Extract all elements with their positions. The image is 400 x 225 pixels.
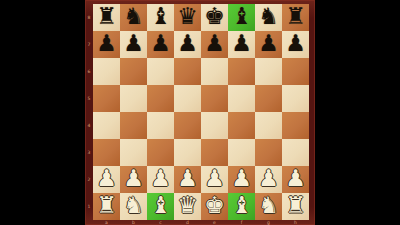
square-a2[interactable]: ♟ — [93, 166, 120, 193]
square-c2[interactable]: ♟ — [147, 166, 174, 193]
piece-white-rook: ♜ — [96, 193, 117, 219]
square-e7[interactable]: ♟ — [201, 31, 228, 58]
rank-label-2: 2 — [86, 169, 92, 189]
square-d3[interactable] — [174, 139, 201, 166]
square-a3[interactable] — [93, 139, 120, 166]
square-h8[interactable]: ♜ — [282, 4, 309, 31]
square-c8[interactable]: ♝ — [147, 4, 174, 31]
square-f2[interactable]: ♟ — [228, 166, 255, 193]
piece-white-knight: ♞ — [123, 193, 144, 219]
piece-white-queen: ♛ — [177, 193, 198, 219]
piece-white-pawn: ♟ — [204, 166, 225, 192]
square-b5[interactable] — [120, 85, 147, 112]
square-d6[interactable] — [174, 58, 201, 85]
piece-white-pawn: ♟ — [177, 166, 198, 192]
rank-label-8: 8 — [86, 7, 92, 27]
square-b8[interactable]: ♞ — [120, 4, 147, 31]
square-b2[interactable]: ♟ — [120, 166, 147, 193]
square-h3[interactable] — [282, 139, 309, 166]
square-b4[interactable] — [120, 112, 147, 139]
file-labels: abcdefgh — [93, 220, 309, 225]
square-h4[interactable] — [282, 112, 309, 139]
square-a7[interactable]: ♟ — [93, 31, 120, 58]
piece-black-knight: ♞ — [258, 4, 279, 30]
piece-white-pawn: ♟ — [285, 166, 306, 192]
square-f3[interactable] — [228, 139, 255, 166]
square-c6[interactable] — [147, 58, 174, 85]
piece-white-pawn: ♟ — [96, 166, 117, 192]
piece-black-pawn: ♟ — [258, 31, 279, 57]
square-e6[interactable] — [201, 58, 228, 85]
square-e3[interactable] — [201, 139, 228, 166]
square-c3[interactable] — [147, 139, 174, 166]
square-f7[interactable]: ♟ — [228, 31, 255, 58]
square-f6[interactable] — [228, 58, 255, 85]
square-d1[interactable]: ♛ — [174, 193, 201, 220]
square-d4[interactable] — [174, 112, 201, 139]
square-f8[interactable]: ♝ — [228, 4, 255, 31]
piece-black-rook: ♜ — [285, 4, 306, 30]
file-label-f: f — [231, 221, 251, 225]
square-c7[interactable]: ♟ — [147, 31, 174, 58]
piece-black-pawn: ♟ — [204, 31, 225, 57]
square-f4[interactable] — [228, 112, 255, 139]
square-a8[interactable]: ♜ — [93, 4, 120, 31]
square-g4[interactable] — [255, 112, 282, 139]
rank-label-4: 4 — [86, 115, 92, 135]
square-f1[interactable]: ♝ — [228, 193, 255, 220]
chess-board-frame: 87654321 ♜♞♝♛♚♝♞♜♟♟♟♟♟♟♟♟♟♟♟♟♟♟♟♟♜♞♝♛♚♝♞… — [85, 0, 315, 225]
file-label-g: g — [258, 221, 278, 225]
square-h1[interactable]: ♜ — [282, 193, 309, 220]
square-g7[interactable]: ♟ — [255, 31, 282, 58]
square-c4[interactable] — [147, 112, 174, 139]
piece-white-rook: ♜ — [285, 193, 306, 219]
piece-white-king: ♚ — [204, 193, 225, 219]
square-a1[interactable]: ♜ — [93, 193, 120, 220]
file-label-e: e — [204, 221, 224, 225]
square-a4[interactable] — [93, 112, 120, 139]
piece-black-pawn: ♟ — [231, 31, 252, 57]
piece-black-bishop: ♝ — [231, 4, 252, 30]
square-c5[interactable] — [147, 85, 174, 112]
square-d8[interactable]: ♛ — [174, 4, 201, 31]
piece-white-knight: ♞ — [258, 193, 279, 219]
square-b1[interactable]: ♞ — [120, 193, 147, 220]
piece-black-pawn: ♟ — [123, 31, 144, 57]
square-h2[interactable]: ♟ — [282, 166, 309, 193]
square-e8[interactable]: ♚ — [201, 4, 228, 31]
piece-black-queen: ♛ — [177, 4, 198, 30]
piece-white-bishop: ♝ — [231, 193, 252, 219]
rank-labels: 87654321 — [85, 4, 93, 220]
piece-black-pawn: ♟ — [96, 31, 117, 57]
square-a6[interactable] — [93, 58, 120, 85]
piece-black-knight: ♞ — [123, 4, 144, 30]
square-h5[interactable] — [282, 85, 309, 112]
square-f5[interactable] — [228, 85, 255, 112]
file-label-h: h — [285, 221, 305, 225]
chess-board[interactable]: ♜♞♝♛♚♝♞♜♟♟♟♟♟♟♟♟♟♟♟♟♟♟♟♟♜♞♝♛♚♝♞♜ — [93, 4, 309, 220]
rank-label-5: 5 — [86, 88, 92, 108]
rank-label-3: 3 — [86, 142, 92, 162]
square-c1[interactable]: ♝ — [147, 193, 174, 220]
rank-label-6: 6 — [86, 61, 92, 81]
piece-white-pawn: ♟ — [258, 166, 279, 192]
piece-white-bishop: ♝ — [150, 193, 171, 219]
piece-black-pawn: ♟ — [177, 31, 198, 57]
square-h7[interactable]: ♟ — [282, 31, 309, 58]
square-b7[interactable]: ♟ — [120, 31, 147, 58]
rank-label-7: 7 — [86, 34, 92, 54]
square-g2[interactable]: ♟ — [255, 166, 282, 193]
file-label-b: b — [123, 221, 143, 225]
file-label-d: d — [177, 221, 197, 225]
square-e5[interactable] — [201, 85, 228, 112]
square-d7[interactable]: ♟ — [174, 31, 201, 58]
square-e1[interactable]: ♚ — [201, 193, 228, 220]
square-d2[interactable]: ♟ — [174, 166, 201, 193]
square-h6[interactable] — [282, 58, 309, 85]
piece-white-pawn: ♟ — [150, 166, 171, 192]
square-e4[interactable] — [201, 112, 228, 139]
piece-black-bishop: ♝ — [150, 4, 171, 30]
square-e2[interactable]: ♟ — [201, 166, 228, 193]
square-g3[interactable] — [255, 139, 282, 166]
piece-black-rook: ♜ — [96, 4, 117, 30]
piece-black-pawn: ♟ — [285, 31, 306, 57]
square-b6[interactable] — [120, 58, 147, 85]
square-g6[interactable] — [255, 58, 282, 85]
letterboxed-stage: 87654321 ♜♞♝♛♚♝♞♜♟♟♟♟♟♟♟♟♟♟♟♟♟♟♟♟♜♞♝♛♚♝♞… — [0, 0, 400, 225]
square-a5[interactable] — [93, 85, 120, 112]
file-label-c: c — [150, 221, 170, 225]
piece-black-king: ♚ — [204, 4, 225, 30]
square-d5[interactable] — [174, 85, 201, 112]
piece-white-pawn: ♟ — [123, 166, 144, 192]
piece-white-pawn: ♟ — [231, 166, 252, 192]
square-g1[interactable]: ♞ — [255, 193, 282, 220]
square-b3[interactable] — [120, 139, 147, 166]
square-g8[interactable]: ♞ — [255, 4, 282, 31]
piece-black-pawn: ♟ — [150, 31, 171, 57]
square-g5[interactable] — [255, 85, 282, 112]
file-label-a: a — [96, 221, 116, 225]
rank-label-1: 1 — [86, 196, 92, 216]
